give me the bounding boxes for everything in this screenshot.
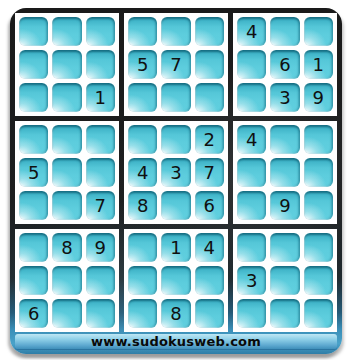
cell-r6c7[interactable] <box>237 191 266 220</box>
cell-r6c3[interactable]: 7 <box>86 191 115 220</box>
cell-r6c2[interactable] <box>52 191 81 220</box>
sudoku-board: 1574613957243786498961483 <box>15 13 337 332</box>
cell-r1c1[interactable] <box>19 17 48 46</box>
cell-r9c6[interactable] <box>195 299 224 328</box>
board-frame: 1574613957243786498961483 www.sudokusweb… <box>10 8 342 354</box>
box-2: 57 <box>124 13 228 116</box>
cell-r5c3[interactable] <box>86 158 115 187</box>
cell-r8c6[interactable] <box>195 266 224 295</box>
cell-r5c4[interactable]: 4 <box>128 158 157 187</box>
cell-r2c7[interactable] <box>237 50 266 79</box>
cell-r9c9[interactable] <box>304 299 333 328</box>
cell-r8c3[interactable] <box>86 266 115 295</box>
cell-r1c3[interactable] <box>86 17 115 46</box>
cell-r3c4[interactable] <box>128 83 157 112</box>
cell-r6c5[interactable] <box>161 191 190 220</box>
cell-r8c9[interactable] <box>304 266 333 295</box>
cell-r9c7[interactable] <box>237 299 266 328</box>
cell-r8c8[interactable] <box>270 266 299 295</box>
cell-r8c4[interactable] <box>128 266 157 295</box>
cell-r8c7[interactable]: 3 <box>237 266 266 295</box>
cell-r4c4[interactable] <box>128 125 157 154</box>
cell-r7c8[interactable] <box>270 233 299 262</box>
cell-r7c4[interactable] <box>128 233 157 262</box>
cell-r4c5[interactable] <box>161 125 190 154</box>
cell-r7c5[interactable]: 1 <box>161 233 190 262</box>
cell-r2c4[interactable]: 5 <box>128 50 157 79</box>
cell-r6c1[interactable] <box>19 191 48 220</box>
cell-r2c8[interactable]: 6 <box>270 50 299 79</box>
cell-r1c6[interactable] <box>195 17 224 46</box>
cell-r5c9[interactable] <box>304 158 333 187</box>
cell-r3c2[interactable] <box>52 83 81 112</box>
cell-r2c1[interactable] <box>19 50 48 79</box>
cell-r7c7[interactable] <box>237 233 266 262</box>
cell-r5c2[interactable] <box>52 158 81 187</box>
cell-r1c5[interactable] <box>161 17 190 46</box>
cell-r2c2[interactable] <box>52 50 81 79</box>
cell-r9c1[interactable]: 6 <box>19 299 48 328</box>
cell-r5c6[interactable]: 7 <box>195 158 224 187</box>
cell-r7c9[interactable] <box>304 233 333 262</box>
cell-r9c8[interactable] <box>270 299 299 328</box>
cell-r3c7[interactable] <box>237 83 266 112</box>
cell-r7c6[interactable]: 4 <box>195 233 224 262</box>
cell-r6c9[interactable] <box>304 191 333 220</box>
cell-r8c2[interactable] <box>52 266 81 295</box>
cell-r4c6[interactable]: 2 <box>195 125 224 154</box>
footer-bar: www.sudokusweb.com <box>15 334 337 350</box>
footer-site-link[interactable]: www.sudokusweb.com <box>91 334 261 349</box>
cell-r2c5[interactable]: 7 <box>161 50 190 79</box>
cell-r9c4[interactable] <box>128 299 157 328</box>
cell-r8c1[interactable] <box>19 266 48 295</box>
cell-r1c2[interactable] <box>52 17 81 46</box>
cell-r7c3[interactable]: 9 <box>86 233 115 262</box>
box-9: 3 <box>233 229 337 332</box>
cell-r8c5[interactable] <box>161 266 190 295</box>
cell-r2c3[interactable] <box>86 50 115 79</box>
cell-r4c2[interactable] <box>52 125 81 154</box>
box-1: 1 <box>15 13 119 116</box>
cell-r7c1[interactable] <box>19 233 48 262</box>
cell-r3c6[interactable] <box>195 83 224 112</box>
cell-r6c4[interactable]: 8 <box>128 191 157 220</box>
box-8: 148 <box>124 229 228 332</box>
cell-r4c1[interactable] <box>19 125 48 154</box>
box-7: 896 <box>15 229 119 332</box>
box-5: 243786 <box>124 121 228 224</box>
cell-r5c5[interactable]: 3 <box>161 158 190 187</box>
cell-r5c7[interactable] <box>237 158 266 187</box>
cell-r6c6[interactable]: 6 <box>195 191 224 220</box>
cell-r3c9[interactable]: 9 <box>304 83 333 112</box>
cell-r4c8[interactable] <box>270 125 299 154</box>
cell-r3c8[interactable]: 3 <box>270 83 299 112</box>
cell-r2c6[interactable] <box>195 50 224 79</box>
cell-r4c3[interactable] <box>86 125 115 154</box>
cell-r9c2[interactable] <box>52 299 81 328</box>
box-6: 49 <box>233 121 337 224</box>
cell-r3c5[interactable] <box>161 83 190 112</box>
cell-r9c5[interactable]: 8 <box>161 299 190 328</box>
cell-r3c1[interactable] <box>19 83 48 112</box>
cell-r1c4[interactable] <box>128 17 157 46</box>
box-4: 57 <box>15 121 119 224</box>
cell-r6c8[interactable]: 9 <box>270 191 299 220</box>
cell-r3c3[interactable]: 1 <box>86 83 115 112</box>
cell-r4c7[interactable]: 4 <box>237 125 266 154</box>
cell-r1c9[interactable] <box>304 17 333 46</box>
cell-r9c3[interactable] <box>86 299 115 328</box>
cell-r2c9[interactable]: 1 <box>304 50 333 79</box>
page-background: 1574613957243786498961483 www.sudokusweb… <box>0 0 350 360</box>
cell-r5c1[interactable]: 5 <box>19 158 48 187</box>
cell-r4c9[interactable] <box>304 125 333 154</box>
cell-r1c8[interactable] <box>270 17 299 46</box>
cell-r7c2[interactable]: 8 <box>52 233 81 262</box>
cell-r5c8[interactable] <box>270 158 299 187</box>
cell-r1c7[interactable]: 4 <box>237 17 266 46</box>
box-3: 46139 <box>233 13 337 116</box>
